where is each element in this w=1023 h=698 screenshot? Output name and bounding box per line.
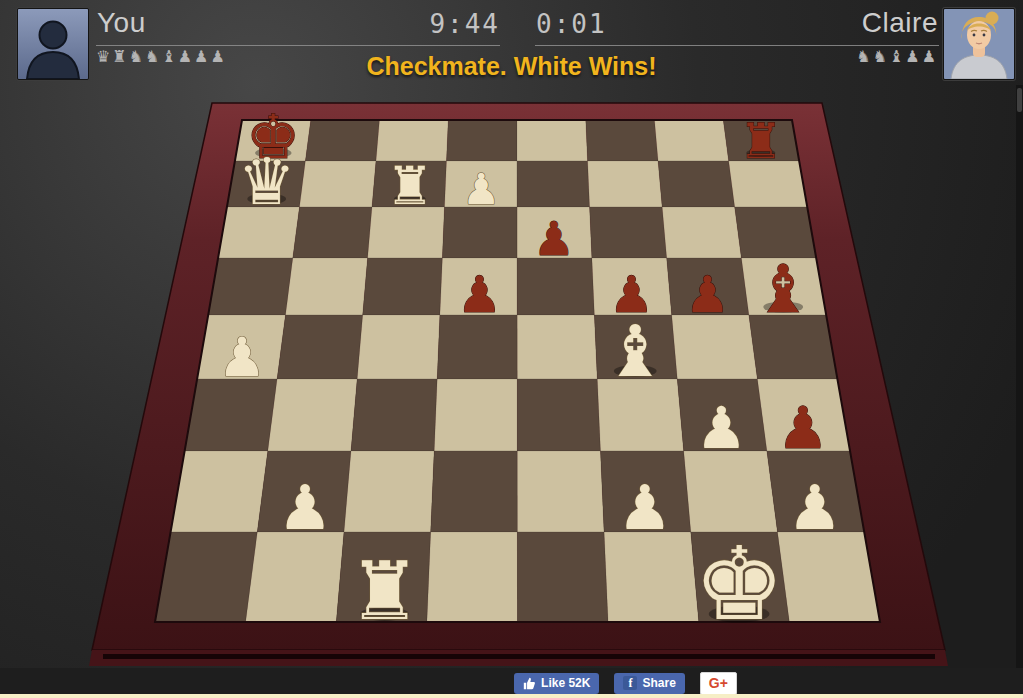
- square-e3[interactable]: [517, 379, 600, 451]
- piece-black-pawn-h3[interactable]: ♟: [777, 394, 829, 462]
- white-captured-divider: [96, 45, 500, 46]
- square-a3[interactable]: [185, 379, 278, 451]
- facebook-share-button[interactable]: f Share: [614, 673, 684, 694]
- square-g6[interactable]: [662, 207, 741, 258]
- square-c4[interactable]: [357, 315, 440, 379]
- piece-white-rook-c1[interactable]: ♜: [348, 544, 420, 638]
- piece-black-rook-h8[interactable]: ♜: [739, 113, 782, 169]
- piece-white-bishop-f4[interactable]: ♝: [603, 310, 667, 393]
- square-e4[interactable]: [517, 315, 597, 379]
- square-g2[interactable]: [684, 451, 778, 532]
- square-c5[interactable]: [363, 258, 443, 315]
- square-b3[interactable]: [268, 379, 357, 451]
- piece-white-king-g1[interactable]: ♚: [694, 525, 785, 643]
- square-f1[interactable]: [604, 532, 699, 622]
- piece-white-queen-a7[interactable]: ♛: [238, 144, 296, 219]
- right-scrollbar-track[interactable]: [1016, 85, 1023, 668]
- google-plus-icon: G+: [709, 675, 728, 691]
- square-b6[interactable]: [293, 207, 372, 258]
- board-front-groove: [103, 654, 935, 659]
- share-button-label: Share: [642, 676, 675, 690]
- white-clock: 9:44: [416, 9, 500, 39]
- square-e5[interactable]: [517, 258, 594, 315]
- piece-white-pawn-g3[interactable]: ♟: [695, 394, 747, 462]
- thumbs-up-icon: [523, 677, 536, 690]
- piece-white-rook-c7[interactable]: ♜: [386, 155, 433, 216]
- scrollbar-thumb[interactable]: [1017, 88, 1022, 112]
- piece-black-pawn-e6[interactable]: ♟: [533, 212, 575, 266]
- square-a5[interactable]: [208, 258, 293, 315]
- piece-white-pawn-a4[interactable]: ♟: [218, 326, 267, 389]
- square-e1[interactable]: [517, 532, 608, 622]
- square-a1[interactable]: [155, 532, 257, 622]
- facebook-like-button[interactable]: Like 52K: [514, 673, 599, 694]
- square-d8[interactable]: [447, 120, 518, 161]
- square-b7[interactable]: [300, 161, 377, 207]
- square-b1[interactable]: [246, 532, 344, 622]
- piece-black-bishop-h5[interactable]: ♝: [753, 250, 812, 328]
- piece-white-pawn-f2[interactable]: ♟: [617, 472, 672, 544]
- square-e7[interactable]: [517, 161, 590, 207]
- bottom-strip: [0, 694, 1023, 698]
- chess-board-3d[interactable]: ♚♜♛♜♟♟♟♟♟♝♟♝♟♟♟♟♟♜♚: [0, 0, 1023, 698]
- square-c3[interactable]: [351, 379, 437, 451]
- square-a2[interactable]: [171, 451, 268, 532]
- like-button-label: Like 52K: [541, 676, 590, 690]
- square-d1[interactable]: [427, 532, 518, 622]
- square-d4[interactable]: [437, 315, 517, 379]
- square-e8[interactable]: [517, 120, 588, 161]
- square-d3[interactable]: [434, 379, 517, 451]
- square-f6[interactable]: [590, 207, 667, 258]
- piece-white-pawn-h2[interactable]: ♟: [787, 472, 842, 544]
- square-d2[interactable]: [431, 451, 518, 532]
- square-g4[interactable]: [672, 315, 758, 379]
- black-player-name: Claire: [535, 7, 938, 39]
- social-buttons: Like 52K f Share G+: [514, 672, 737, 695]
- square-b8[interactable]: [305, 120, 379, 161]
- square-f7[interactable]: [588, 161, 663, 207]
- facebook-icon: f: [623, 676, 637, 690]
- piece-white-pawn-d7[interactable]: ♟: [462, 164, 500, 214]
- square-c2[interactable]: [344, 451, 434, 532]
- checkmate-message: Checkmate. White Wins!: [0, 52, 1023, 81]
- black-captured-divider: [535, 45, 939, 46]
- google-plus-button[interactable]: G+: [700, 672, 737, 695]
- square-g8[interactable]: [655, 120, 729, 161]
- piece-white-pawn-b2[interactable]: ♟: [277, 472, 332, 544]
- square-d6[interactable]: [442, 207, 517, 258]
- piece-black-pawn-g5[interactable]: ♟: [685, 265, 730, 324]
- square-g7[interactable]: [658, 161, 735, 207]
- square-b4[interactable]: [277, 315, 363, 379]
- square-b5[interactable]: [286, 258, 368, 315]
- piece-black-pawn-d5[interactable]: ♟: [457, 265, 502, 324]
- white-player-name: You: [97, 7, 146, 39]
- square-h1[interactable]: [778, 532, 881, 622]
- square-e2[interactable]: [517, 451, 604, 532]
- square-f8[interactable]: [586, 120, 658, 161]
